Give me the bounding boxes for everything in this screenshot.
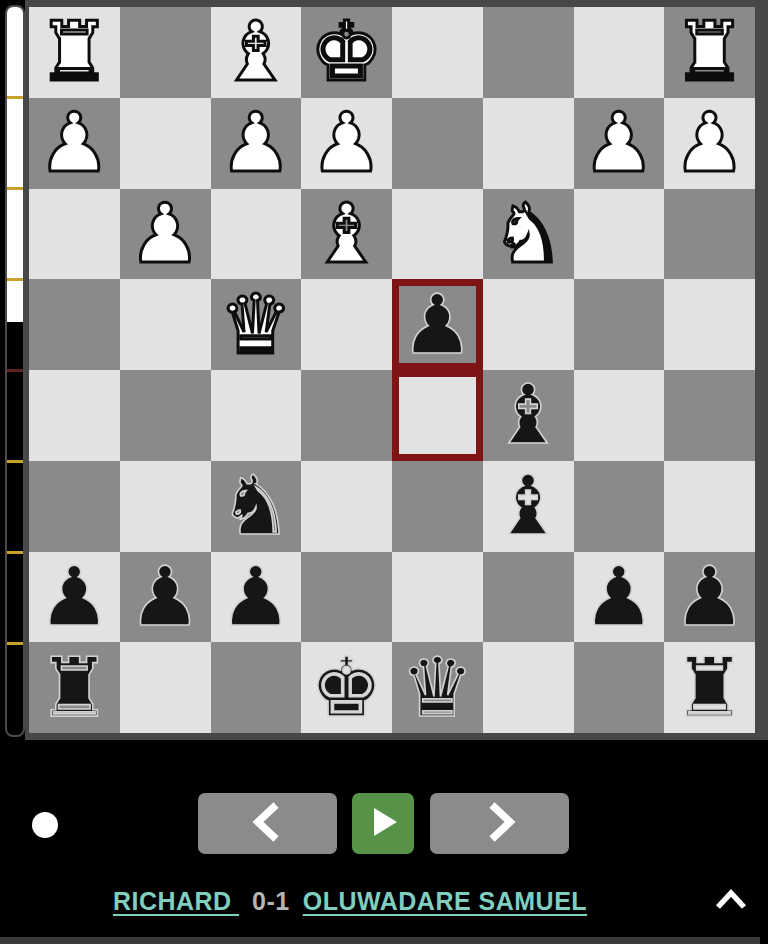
square-e6[interactable]: [301, 461, 392, 552]
square-f7[interactable]: ♟: [211, 552, 302, 643]
square-a2[interactable]: ♟: [664, 98, 755, 189]
square-c7[interactable]: [483, 552, 574, 643]
eval-tick: [7, 551, 23, 554]
white-pawn-h2: ♟: [38, 98, 112, 188]
eval-tick: [7, 460, 23, 463]
square-d2[interactable]: [392, 98, 483, 189]
square-b5[interactable]: [574, 370, 665, 461]
black-rook-h8: ♜: [38, 643, 112, 733]
white-pawn-g3: ♟: [128, 189, 202, 279]
result-text: 0-1: [252, 887, 290, 916]
square-g7[interactable]: ♟: [120, 552, 211, 643]
square-e5[interactable]: [301, 370, 392, 461]
square-h2[interactable]: ♟: [29, 98, 120, 189]
black-rook-a8: ♜: [673, 643, 747, 733]
square-h7[interactable]: ♟: [29, 552, 120, 643]
square-d4[interactable]: ♟: [392, 279, 483, 370]
eval-tick: [7, 96, 23, 99]
square-e1[interactable]: ♚: [301, 7, 392, 98]
square-f1[interactable]: ♝: [211, 7, 302, 98]
square-a1[interactable]: ♜: [664, 7, 755, 98]
square-c5[interactable]: ♝: [483, 370, 574, 461]
square-a3[interactable]: [664, 189, 755, 280]
square-f4[interactable]: ♛: [211, 279, 302, 370]
square-b8[interactable]: [574, 642, 665, 733]
black-pawn-h7: ♟: [38, 552, 112, 642]
square-b4[interactable]: [574, 279, 665, 370]
square-e2[interactable]: ♟: [301, 98, 392, 189]
square-d6[interactable]: [392, 461, 483, 552]
square-h5[interactable]: [29, 370, 120, 461]
square-h4[interactable]: [29, 279, 120, 370]
square-d5[interactable]: [392, 370, 483, 461]
square-h8[interactable]: ♜: [29, 642, 120, 733]
chess-board: ♜♝♚♜♟♟♟♟♟♟♝♞♛♟♝♞♝♟♟♟♟♟♜♚♛♜: [29, 7, 755, 733]
square-c2[interactable]: [483, 98, 574, 189]
square-f5[interactable]: [211, 370, 302, 461]
black-bishop-c5: ♝: [491, 370, 565, 460]
square-e3[interactable]: ♝: [301, 189, 392, 280]
square-h1[interactable]: ♜: [29, 7, 120, 98]
square-d1[interactable]: [392, 7, 483, 98]
square-g8[interactable]: [120, 642, 211, 733]
square-b3[interactable]: [574, 189, 665, 280]
next-move-button[interactable]: [430, 793, 569, 854]
square-e8[interactable]: ♚: [301, 642, 392, 733]
square-a4[interactable]: [664, 279, 755, 370]
white-king-e1: ♚: [310, 7, 384, 97]
black-queen-d8: ♛: [401, 643, 475, 733]
chevron-up-icon: [714, 888, 748, 915]
white-pawn-b2: ♟: [582, 98, 656, 188]
square-c8[interactable]: [483, 642, 574, 733]
square-g6[interactable]: [120, 461, 211, 552]
previous-move-button[interactable]: [198, 793, 337, 854]
square-c3[interactable]: ♞: [483, 189, 574, 280]
square-g1[interactable]: [120, 7, 211, 98]
square-g4[interactable]: [120, 279, 211, 370]
black-pawn-a7: ♟: [673, 552, 747, 642]
white-rook-h1: ♜: [38, 7, 112, 97]
evaluation-bar: [5, 5, 25, 737]
evaluation-bar-white-fill: [7, 7, 23, 322]
game-screen: ♜♝♚♜♟♟♟♟♟♟♝♞♛♟♝♞♝♟♟♟♟♟♜♚♛♜ RICHARD 0-1 O…: [0, 0, 768, 944]
white-bishop-f1: ♝: [219, 7, 293, 97]
square-b2[interactable]: ♟: [574, 98, 665, 189]
square-c1[interactable]: [483, 7, 574, 98]
white-rook-a1: ♜: [673, 7, 747, 97]
square-e7[interactable]: [301, 552, 392, 643]
white-pawn-e2: ♟: [310, 98, 384, 188]
white-dot-indicator: [32, 812, 58, 838]
black-bishop-c6: ♝: [491, 461, 565, 551]
black-pawn-g7: ♟: [128, 552, 202, 642]
square-e4[interactable]: [301, 279, 392, 370]
square-f2[interactable]: ♟: [211, 98, 302, 189]
white-queen-f4: ♛: [219, 280, 293, 370]
square-d3[interactable]: [392, 189, 483, 280]
square-f6[interactable]: ♞: [211, 461, 302, 552]
eval-tick: [7, 187, 23, 190]
white-pawn-a2: ♟: [673, 98, 747, 188]
white-player-link[interactable]: RICHARD: [113, 887, 239, 916]
square-f3[interactable]: [211, 189, 302, 280]
square-g3[interactable]: ♟: [120, 189, 211, 280]
square-d7[interactable]: [392, 552, 483, 643]
black-king-e8: ♚: [310, 643, 384, 733]
play-button[interactable]: [352, 793, 414, 854]
square-g5[interactable]: [120, 370, 211, 461]
square-a5[interactable]: [664, 370, 755, 461]
black-pawn-b7: ♟: [582, 552, 656, 642]
square-b1[interactable]: [574, 7, 665, 98]
black-pawn-d4: ♟: [401, 280, 475, 370]
square-a6[interactable]: [664, 461, 755, 552]
square-d8[interactable]: ♛: [392, 642, 483, 733]
play-icon: [363, 802, 403, 845]
black-pawn-f7: ♟: [219, 552, 293, 642]
eval-midline-tick: [7, 369, 23, 372]
square-c4[interactable]: [483, 279, 574, 370]
black-player-link[interactable]: OLUWADARE SAMUEL: [303, 887, 587, 916]
square-b6[interactable]: [574, 461, 665, 552]
bottom-divider: [0, 937, 760, 944]
chevron-left-icon: [247, 800, 289, 847]
game-result-bar: RICHARD 0-1 OLUWADARE SAMUEL: [0, 882, 700, 920]
square-h6[interactable]: [29, 461, 120, 552]
white-pawn-f2: ♟: [219, 98, 293, 188]
collapse-panel-button[interactable]: [711, 884, 751, 918]
white-bishop-e3: ♝: [310, 189, 384, 279]
chevron-right-icon: [479, 800, 521, 847]
square-h3[interactable]: [29, 189, 120, 280]
square-f8[interactable]: [211, 642, 302, 733]
square-a7[interactable]: ♟: [664, 552, 755, 643]
square-g2[interactable]: [120, 98, 211, 189]
square-a8[interactable]: ♜: [664, 642, 755, 733]
square-b7[interactable]: ♟: [574, 552, 665, 643]
square-c6[interactable]: ♝: [483, 461, 574, 552]
eval-tick: [7, 642, 23, 645]
white-knight-c3: ♞: [491, 189, 565, 279]
black-knight-f6: ♞: [219, 461, 293, 551]
eval-tick: [7, 278, 23, 281]
